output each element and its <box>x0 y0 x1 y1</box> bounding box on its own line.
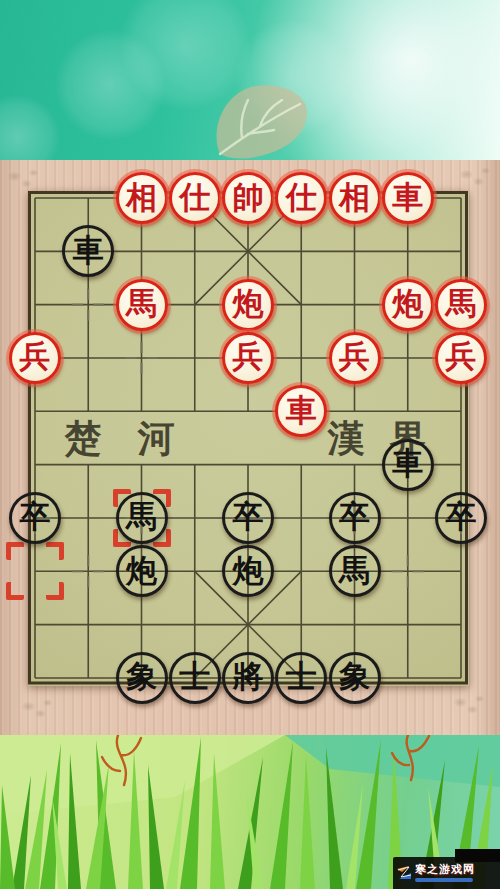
piece-red-r1c3[interactable]: 相 <box>116 172 168 224</box>
watermark: 寒之游戏网 <box>393 857 500 889</box>
piece-black-r7c9[interactable]: 卒 <box>435 492 487 544</box>
piece-red-r4c9[interactable]: 兵 <box>435 332 487 384</box>
piece-black-r10c4[interactable]: 士 <box>169 652 221 704</box>
piece-red-r1c5[interactable]: 帥 <box>222 172 274 224</box>
piece-red-r1c7[interactable]: 相 <box>329 172 381 224</box>
river-label: 河 <box>138 414 175 464</box>
butterfly-motif <box>14 692 62 728</box>
piece-black-r10c7[interactable]: 象 <box>329 652 381 704</box>
piece-red-r3c5[interactable]: 炮 <box>222 279 274 331</box>
site-logo-icon <box>396 865 412 881</box>
piece-black-r7c7[interactable]: 卒 <box>329 492 381 544</box>
piece-red-r3c3[interactable]: 馬 <box>116 279 168 331</box>
piece-red-r3c8[interactable]: 炮 <box>382 279 434 331</box>
piece-black-r7c1[interactable]: 卒 <box>9 492 61 544</box>
piece-black-r7c3[interactable]: 馬 <box>116 492 168 544</box>
piece-red-r1c4[interactable]: 仕 <box>169 172 221 224</box>
piece-black-r7c5[interactable]: 卒 <box>222 492 274 544</box>
piece-black-r8c5[interactable]: 炮 <box>222 545 274 597</box>
river-label: 漢 <box>328 414 365 464</box>
piece-black-r6c8[interactable]: 車 <box>382 439 434 491</box>
piece-black-r8c7[interactable]: 馬 <box>329 545 381 597</box>
butterfly-motif <box>446 688 494 724</box>
piece-black-r8c3[interactable]: 炮 <box>116 545 168 597</box>
piece-red-r4c1[interactable]: 兵 <box>9 332 61 384</box>
piece-black-r10c5[interactable]: 將 <box>222 652 274 704</box>
move-origin-marker <box>6 542 64 600</box>
watermark-site-name: 寒之游戏网 <box>415 864 475 877</box>
piece-red-r1c8[interactable]: 車 <box>382 172 434 224</box>
piece-red-r4c5[interactable]: 兵 <box>222 332 274 384</box>
piece-red-r1c6[interactable]: 仕 <box>275 172 327 224</box>
piece-black-r10c3[interactable]: 象 <box>116 652 168 704</box>
leaf-decoration <box>208 80 312 166</box>
piece-black-r10c6[interactable]: 士 <box>275 652 327 704</box>
piece-red-r4c7[interactable]: 兵 <box>329 332 381 384</box>
piece-red-r3c9[interactable]: 馬 <box>435 279 487 331</box>
xiangqi-app: 楚 河 漢 界 相仕帥仕相車馬炮炮馬兵兵兵兵車車車卒馬卒卒卒炮炮馬象士將士象 <box>0 0 500 889</box>
watermark-tagline-bar <box>415 878 473 882</box>
river-label: 楚 <box>65 414 102 464</box>
